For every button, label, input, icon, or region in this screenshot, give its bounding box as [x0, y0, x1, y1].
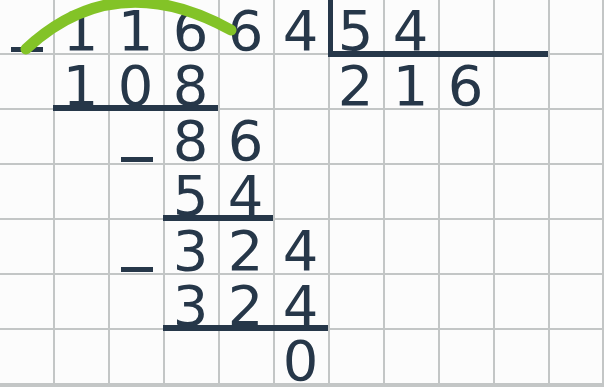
digit-cell-r2c9: 6: [438, 53, 493, 108]
digit-cell-r1c8: 4: [383, 0, 438, 53]
digit-cell-r5c5: 2: [218, 218, 273, 273]
digit-cell-r2c2: 1: [53, 53, 108, 108]
digit-cell-r1c4: 6: [163, 0, 218, 53]
digit-cell-r2c7: 2: [328, 53, 383, 108]
digit-cell-r2c8: 1: [383, 53, 438, 108]
digit-cell-r6c4: 3: [163, 273, 218, 328]
divisor-underline-horizontal: [328, 51, 548, 57]
subtraction-underline-2: [163, 215, 273, 221]
digit-cell-r6c5: 2: [218, 273, 273, 328]
digit-cell-r6c6: 4: [273, 273, 328, 328]
digit-cell-r4c4: 5: [163, 163, 218, 218]
digit-cell-r2c4: 8: [163, 53, 218, 108]
minus-sign-3: [121, 267, 153, 272]
digit-cell-r4c5: 4: [218, 163, 273, 218]
squared-paper: 116645410821686543243240: [0, 0, 604, 387]
divisor-separator-vertical: [328, 0, 333, 57]
digit-cell-r1c3: 1: [108, 0, 163, 53]
digit-cell-r3c5: 6: [218, 108, 273, 163]
minus-sign-1: [11, 47, 43, 52]
minus-sign-2: [121, 157, 153, 162]
subtraction-underline-1: [53, 105, 218, 111]
digit-cell-r1c2: 1: [53, 0, 108, 53]
digit-cell-r7c6: 0: [273, 328, 328, 383]
digit-cell-r2c3: 0: [108, 53, 163, 108]
digit-cell-r5c4: 3: [163, 218, 218, 273]
digit-cell-r5c6: 4: [273, 218, 328, 273]
subtraction-underline-3: [163, 325, 328, 331]
digit-cell-r1c5: 6: [218, 0, 273, 53]
digit-cell-r1c6: 4: [273, 0, 328, 53]
digit-cell-r1c7: 5: [328, 0, 383, 53]
digit-cell-r3c4: 8: [163, 108, 218, 163]
